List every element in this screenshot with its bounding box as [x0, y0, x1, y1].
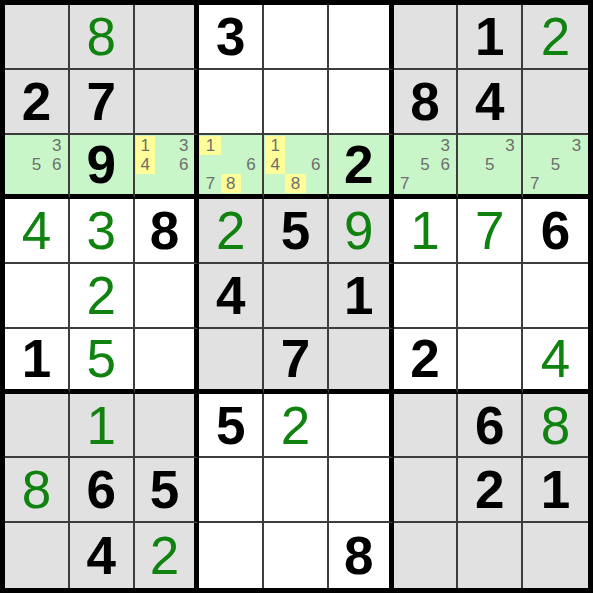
cell-r5c7[interactable]	[394, 264, 459, 329]
pencil-mark: 5	[26, 155, 46, 174]
pencil-slot-empty	[459, 174, 479, 193]
pencil-mark: 1	[265, 136, 285, 155]
pencil-marks: 1346	[136, 136, 194, 194]
given-digit: 1	[22, 332, 51, 385]
cell-r5c1[interactable]	[5, 264, 70, 329]
given-digit: 5	[150, 463, 179, 516]
cell-r3c9[interactable]: 357	[523, 135, 588, 200]
cell-r8c5[interactable]	[264, 458, 329, 523]
pencil-mark: 7	[524, 174, 545, 193]
pencil-mark: 5	[545, 155, 566, 174]
cell-r9c3[interactable]: 2	[135, 523, 200, 588]
pencil-slot-empty	[566, 155, 587, 174]
pencil-marks: 3567	[395, 136, 456, 194]
given-digit: 4	[475, 75, 504, 128]
pencil-mark: 3	[500, 136, 520, 155]
given-digit: 1	[475, 10, 504, 63]
cell-r2c2[interactable]: 7	[70, 70, 135, 135]
cell-r3c4[interactable]: 1678	[199, 135, 264, 200]
pencil-slot-empty	[6, 155, 26, 174]
cell-r7c3[interactable]	[135, 394, 200, 459]
entered-digit: 7	[475, 204, 504, 257]
pencil-mark: 6	[306, 155, 326, 174]
pencil-slot-empty	[306, 174, 326, 193]
entered-digit: 2	[281, 399, 310, 452]
pencil-slot-empty	[459, 155, 479, 174]
given-digit: 2	[410, 332, 439, 385]
pencil-slot-empty	[6, 136, 26, 155]
entered-digit: 8	[541, 399, 570, 452]
pencil-mark: 6	[47, 155, 67, 174]
cell-r6c4[interactable]	[199, 329, 264, 394]
cell-r3c5[interactable]: 1468	[264, 135, 329, 200]
pencil-mark: 6	[241, 155, 261, 174]
cell-r2c1[interactable]: 2	[5, 70, 70, 135]
pencil-slot-empty	[6, 174, 26, 193]
cell-r4c1[interactable]: 4	[5, 199, 70, 264]
pencil-slot-empty	[395, 155, 415, 174]
pencil-slot-empty	[241, 136, 261, 155]
cell-r3c3[interactable]: 1346	[135, 135, 200, 200]
cell-r6c5[interactable]: 7	[264, 329, 329, 394]
cell-r7c2[interactable]: 1	[70, 394, 135, 459]
cell-r9c7[interactable]	[394, 523, 459, 588]
cell-r5c8[interactable]	[458, 264, 523, 329]
pencil-slot-empty	[26, 174, 46, 193]
cell-r8c7[interactable]	[394, 458, 459, 523]
given-digit: 8	[344, 529, 373, 582]
pencil-mark: 1	[200, 136, 220, 155]
cell-r2c8[interactable]: 4	[458, 70, 523, 135]
pencil-mark: 3	[566, 136, 587, 155]
entered-digit: 2	[150, 529, 179, 582]
entered-digit: 5	[86, 332, 115, 385]
pencil-mark: 1	[136, 136, 155, 155]
entered-digit: 4	[22, 204, 51, 257]
entered-digit: 2	[216, 204, 245, 257]
pencil-slot-empty	[155, 174, 174, 193]
cell-r2c3[interactable]	[135, 70, 200, 135]
cell-r1c1[interactable]	[5, 5, 70, 70]
cell-r4c5[interactable]: 5	[264, 199, 329, 264]
cell-r9c8[interactable]	[458, 523, 523, 588]
cell-r4c2[interactable]: 3	[70, 199, 135, 264]
given-digit: 7	[281, 332, 310, 385]
cell-r2c7[interactable]: 8	[394, 70, 459, 135]
cell-r6c9[interactable]: 4	[523, 329, 588, 394]
cell-r6c2[interactable]: 5	[70, 329, 135, 394]
cell-r8c3[interactable]: 5	[135, 458, 200, 523]
cell-r1c3[interactable]	[135, 5, 200, 70]
pencil-mark: 6	[174, 155, 193, 174]
cell-r7c8[interactable]: 6	[458, 394, 523, 459]
cell-r1c5[interactable]	[264, 5, 329, 70]
cell-r2c9[interactable]	[523, 70, 588, 135]
cell-r6c8[interactable]	[458, 329, 523, 394]
cell-r1c9[interactable]: 2	[523, 5, 588, 70]
entered-digit: 1	[410, 204, 439, 257]
pencil-slot-empty	[480, 174, 500, 193]
pencil-marks: 35	[459, 136, 520, 194]
given-digit: 6	[86, 463, 115, 516]
pencil-slot-empty	[459, 136, 479, 155]
pencil-marks: 357	[524, 136, 587, 194]
pencil-slot-empty	[500, 155, 520, 174]
cell-r4c4[interactable]: 2	[199, 199, 264, 264]
pencil-slot-empty	[47, 174, 67, 193]
cell-r9c6[interactable]: 8	[329, 523, 394, 588]
pencil-mark: 4	[265, 155, 285, 174]
pencil-slot-empty	[200, 155, 220, 174]
pencil-slot-empty	[480, 136, 500, 155]
cell-r4c3[interactable]: 8	[135, 199, 200, 264]
pencil-mark: 3	[174, 136, 193, 155]
given-digit: 4	[216, 269, 245, 322]
pencil-slot-empty	[545, 136, 566, 155]
cell-r9c1[interactable]	[5, 523, 70, 588]
entered-digit: 3	[86, 204, 115, 257]
pencil-slot-empty	[285, 155, 305, 174]
cell-r7c9[interactable]: 8	[523, 394, 588, 459]
cell-r3c2[interactable]: 9	[70, 135, 135, 200]
given-digit: 4	[86, 529, 115, 582]
cell-r3c8[interactable]: 35	[458, 135, 523, 200]
entered-digit: 1	[86, 399, 115, 452]
cell-r1c2[interactable]: 8	[70, 5, 135, 70]
cell-r2c6[interactable]	[329, 70, 394, 135]
pencil-slot-empty	[306, 136, 326, 155]
pencil-mark: 5	[415, 155, 435, 174]
cell-r8c4[interactable]	[199, 458, 264, 523]
given-digit: 5	[281, 204, 310, 257]
pencil-slot-empty	[155, 136, 174, 155]
cell-r2c5[interactable]	[264, 70, 329, 135]
pencil-mark: 6	[435, 155, 455, 174]
entered-digit: 8	[86, 10, 115, 63]
cell-r8c6[interactable]	[329, 458, 394, 523]
given-digit: 5	[216, 399, 245, 452]
pencil-slot-empty	[155, 155, 174, 174]
given-digit: 1	[541, 463, 570, 516]
cell-r3c1[interactable]: 356	[5, 135, 70, 200]
pencil-slot-empty	[174, 174, 193, 193]
cell-r9c5[interactable]	[264, 523, 329, 588]
given-digit: 3	[216, 10, 245, 63]
cell-r8c9[interactable]: 1	[523, 458, 588, 523]
pencil-marks: 1678	[200, 136, 261, 194]
cell-r9c4[interactable]	[199, 523, 264, 588]
cell-r6c1[interactable]: 1	[5, 329, 70, 394]
pencil-mark: 7	[200, 174, 220, 193]
pencil-mark: 5	[480, 155, 500, 174]
entered-digit: 2	[541, 10, 570, 63]
cell-r4c9[interactable]: 6	[523, 199, 588, 264]
entered-digit: 2	[86, 269, 115, 322]
cell-r8c8[interactable]: 2	[458, 458, 523, 523]
pencil-marks: 356	[6, 136, 67, 194]
cell-r5c4[interactable]: 4	[199, 264, 264, 329]
cell-r7c7[interactable]	[394, 394, 459, 459]
entered-digit: 9	[344, 204, 373, 257]
pencil-slot-empty	[415, 174, 435, 193]
cell-r8c2[interactable]: 6	[70, 458, 135, 523]
given-digit: 6	[541, 204, 570, 257]
given-digit: 6	[475, 399, 504, 452]
pencil-slot-empty	[524, 136, 545, 155]
pencil-slot-empty	[221, 155, 241, 174]
pencil-slot-empty	[221, 136, 241, 155]
given-digit: 2	[344, 138, 373, 191]
given-digit: 7	[86, 75, 115, 128]
pencil-slot-empty	[435, 174, 455, 193]
pencil-slot-empty	[395, 136, 415, 155]
cell-r1c6[interactable]	[329, 5, 394, 70]
cell-r9c2[interactable]: 4	[70, 523, 135, 588]
pencil-mark: 7	[395, 174, 415, 193]
cell-r2c4[interactable]	[199, 70, 264, 135]
given-digit: 8	[410, 75, 439, 128]
given-digit: 9	[86, 138, 115, 191]
pencil-slot-empty	[265, 174, 285, 193]
pencil-slot-empty	[545, 174, 566, 193]
pencil-slot-empty	[415, 136, 435, 155]
cell-r1c4[interactable]: 3	[199, 5, 264, 70]
pencil-mark: 3	[47, 136, 67, 155]
entered-digit: 4	[541, 332, 570, 385]
entered-digit: 8	[22, 463, 51, 516]
cell-r5c3[interactable]	[135, 264, 200, 329]
pencil-slot-empty	[241, 174, 261, 193]
cell-r1c8[interactable]: 1	[458, 5, 523, 70]
cell-r6c3[interactable]	[135, 329, 200, 394]
pencil-slot-empty	[500, 174, 520, 193]
cell-r3c6[interactable]: 2	[329, 135, 394, 200]
cell-r9c9[interactable]	[523, 523, 588, 588]
cell-r7c4[interactable]: 5	[199, 394, 264, 459]
given-digit: 1	[344, 269, 373, 322]
pencil-slot-empty	[566, 174, 587, 193]
sudoku-board: 8312278435691346167814682356735357438259…	[0, 0, 593, 593]
given-digit: 2	[22, 75, 51, 128]
cell-r7c1[interactable]	[5, 394, 70, 459]
cell-r6c6[interactable]	[329, 329, 394, 394]
pencil-slot-empty	[285, 136, 305, 155]
pencil-marks: 1468	[265, 136, 326, 194]
cell-r1c7[interactable]	[394, 5, 459, 70]
cell-r7c6[interactable]	[329, 394, 394, 459]
cell-r3c7[interactable]: 3567	[394, 135, 459, 200]
given-digit: 2	[475, 463, 504, 516]
cell-r5c9[interactable]	[523, 264, 588, 329]
given-digit: 8	[150, 204, 179, 257]
pencil-slot-empty	[136, 174, 155, 193]
cell-r6c7[interactable]: 2	[394, 329, 459, 394]
cell-r5c5[interactable]	[264, 264, 329, 329]
cell-r7c5[interactable]: 2	[264, 394, 329, 459]
pencil-mark: 8	[285, 174, 305, 193]
pencil-mark: 3	[435, 136, 455, 155]
cell-r5c2[interactable]: 2	[70, 264, 135, 329]
cell-r5c6[interactable]: 1	[329, 264, 394, 329]
pencil-slot-empty	[26, 136, 46, 155]
cell-r4c8[interactable]: 7	[458, 199, 523, 264]
cell-r8c1[interactable]: 8	[5, 458, 70, 523]
pencil-slot-empty	[524, 155, 545, 174]
pencil-mark: 4	[136, 155, 155, 174]
cell-r4c7[interactable]: 1	[394, 199, 459, 264]
cell-r4c6[interactable]: 9	[329, 199, 394, 264]
pencil-mark: 8	[221, 174, 241, 193]
